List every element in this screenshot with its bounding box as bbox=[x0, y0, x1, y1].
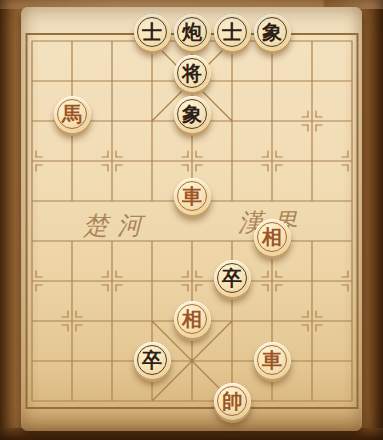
piece-red-general[interactable]: 帥 bbox=[214, 383, 251, 420]
board-intersections-grid[interactable]: 士炮士象将馬象車相卒相卒車帥 bbox=[12, 21, 372, 421]
piece-red-chariot-right[interactable]: 車 bbox=[254, 342, 291, 379]
piece-red-chariot-center[interactable]: 車 bbox=[174, 178, 211, 215]
piece-black-pawn-left[interactable]: 卒 bbox=[134, 342, 171, 379]
piece-black-advisor-right[interactable]: 士 bbox=[214, 14, 251, 51]
xiangqi-app-screen: 楚河 漢界 士炮士象将馬象車相卒相卒車帥 bbox=[0, 0, 383, 440]
piece-black-elephant-left[interactable]: 象 bbox=[174, 96, 211, 133]
piece-black-general[interactable]: 将 bbox=[174, 55, 211, 92]
piece-red-horse[interactable]: 馬 bbox=[54, 96, 91, 133]
piece-black-cannon[interactable]: 炮 bbox=[174, 14, 211, 51]
piece-black-pawn-right[interactable]: 卒 bbox=[214, 260, 251, 297]
piece-black-elephant-right[interactable]: 象 bbox=[254, 14, 291, 51]
piece-black-advisor-left[interactable]: 士 bbox=[134, 14, 171, 51]
piece-red-elephant-right[interactable]: 相 bbox=[254, 219, 291, 256]
piece-red-elephant-center[interactable]: 相 bbox=[174, 301, 211, 338]
